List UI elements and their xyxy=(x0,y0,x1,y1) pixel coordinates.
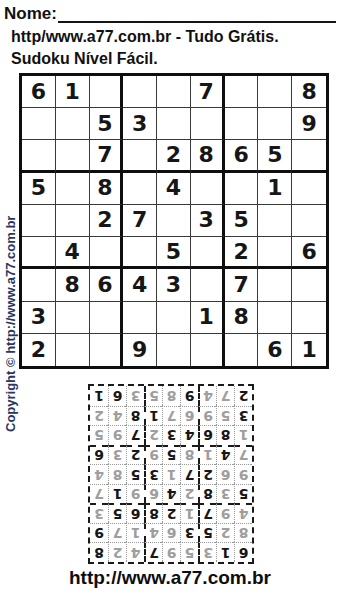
puzzle-cell-r5c5[interactable] xyxy=(157,205,191,237)
puzzle-cell-r3c2[interactable] xyxy=(56,140,90,172)
solution-cell-r6c3: 1 xyxy=(198,445,216,465)
puzzle-cell-r4c3[interactable]: 8 xyxy=(90,173,124,205)
puzzle-cell-r8c5[interactable] xyxy=(157,302,191,334)
footer-url: http://www.a77.com.br xyxy=(0,567,340,589)
puzzle-cell-r3c7[interactable]: 6 xyxy=(225,140,259,172)
solution-cell-r8c9: 2 xyxy=(90,406,108,426)
solution-cell-r4c5: 4 xyxy=(162,484,180,504)
solution-cell-r5c1: 9 xyxy=(234,464,252,484)
solution-cell-r9c3: 4 xyxy=(198,386,216,406)
name-label: Nome: xyxy=(4,4,57,24)
puzzle-cell-r6c5[interactable]: 5 xyxy=(157,237,191,269)
solution-cell-r7c6: 2 xyxy=(144,425,162,445)
solution-cell-r6c4: 8 xyxy=(180,445,198,465)
solution-cell-r5c6: 3 xyxy=(144,464,162,484)
puzzle-cell-r1c1[interactable]: 6 xyxy=(22,76,56,108)
puzzle-cell-r7c2[interactable]: 8 xyxy=(56,269,90,301)
puzzle-cell-r3c1[interactable] xyxy=(22,140,56,172)
solution-cell-r2c1: 8 xyxy=(234,523,252,543)
puzzle-cell-r4c5[interactable]: 4 xyxy=(157,173,191,205)
puzzle-cell-r4c6[interactable] xyxy=(191,173,225,205)
puzzle-cell-r7c1[interactable] xyxy=(22,269,56,301)
solution-cell-r1c6: 7 xyxy=(144,542,162,562)
puzzle-cell-r6c2[interactable]: 4 xyxy=(56,237,90,269)
puzzle-cell-r2c3[interactable]: 5 xyxy=(90,108,124,140)
puzzle-cell-r2c9[interactable]: 9 xyxy=(292,108,326,140)
solution-cell-r8c3: 9 xyxy=(198,406,216,426)
solution-cell-r5c5: 1 xyxy=(162,464,180,484)
solution-cell-r7c3: 6 xyxy=(198,425,216,445)
solution-cell-r2c5: 6 xyxy=(162,523,180,543)
puzzle-cell-r7c7[interactable]: 7 xyxy=(225,269,259,301)
solution-cell-r3c1: 4 xyxy=(234,503,252,523)
solution-cell-r7c8: 9 xyxy=(108,425,126,445)
puzzle-cell-r7c4[interactable]: 4 xyxy=(123,269,157,301)
solution-cell-r4c9: 7 xyxy=(90,484,108,504)
solution-cell-r4c7: 9 xyxy=(126,484,144,504)
solution-cell-r3c8: 5 xyxy=(108,503,126,523)
solution-cell-r3c5: 2 xyxy=(162,503,180,523)
puzzle-cell-r3c8[interactable]: 5 xyxy=(258,140,292,172)
solution-cell-r2c2: 2 xyxy=(216,523,234,543)
solution-cell-r9c4: 9 xyxy=(180,386,198,406)
solution-cell-r1c2: 1 xyxy=(216,542,234,562)
difficulty-title: Sudoku Nível Fácil. xyxy=(11,50,158,68)
puzzle-cell-r5c1[interactable] xyxy=(22,205,56,237)
puzzle-cell-r5c6[interactable]: 3 xyxy=(191,205,225,237)
solution-cell-r9c5: 8 xyxy=(162,386,180,406)
puzzle-cell-r8c1[interactable]: 3 xyxy=(22,302,56,334)
puzzle-cell-r9c5[interactable] xyxy=(157,334,191,366)
solution-cell-r7c4: 4 xyxy=(180,425,198,445)
solution-cell-r1c3: 3 xyxy=(198,542,216,562)
solution-cell-r7c7: 7 xyxy=(126,425,144,445)
solution-cell-r9c8: 6 xyxy=(108,386,126,406)
solution-cell-r9c1: 2 xyxy=(234,386,252,406)
puzzle-cell-r6c7[interactable]: 2 xyxy=(225,237,259,269)
puzzle-cell-r8c7[interactable]: 8 xyxy=(225,302,259,334)
puzzle-cell-r9c1[interactable]: 2 xyxy=(22,334,56,366)
solution-cell-r7c1: 1 xyxy=(234,425,252,445)
solution-cell-r2c7: 1 xyxy=(126,523,144,543)
solution-cell-r2c4: 3 xyxy=(180,523,198,543)
solution-cell-r8c6: 1 xyxy=(144,406,162,426)
solution-cell-r5c3: 2 xyxy=(198,464,216,484)
puzzle-cell-r2c6[interactable] xyxy=(191,108,225,140)
puzzle-cell-r1c5[interactable] xyxy=(157,76,191,108)
solution-cell-r8c8: 4 xyxy=(108,406,126,426)
solution-cell-r8c7: 8 xyxy=(126,406,144,426)
solution-cell-r2c6: 4 xyxy=(144,523,162,543)
puzzle-cell-r8c3[interactable] xyxy=(90,302,124,334)
solution-cell-r2c3: 5 xyxy=(198,523,216,543)
solution-cell-r1c1: 6 xyxy=(234,542,252,562)
puzzle-cell-r4c8[interactable]: 1 xyxy=(258,173,292,205)
solution-cell-r1c4: 5 xyxy=(180,542,198,562)
solution-cell-r5c9: 4 xyxy=(90,464,108,484)
puzzle-cell-r7c6[interactable] xyxy=(191,269,225,301)
puzzle-cell-r8c4[interactable] xyxy=(123,302,157,334)
solution-cell-r3c2: 9 xyxy=(216,503,234,523)
puzzle-cell-r5c8[interactable] xyxy=(258,205,292,237)
solution-cell-r1c5: 9 xyxy=(162,542,180,562)
puzzle-cell-r8c9[interactable] xyxy=(292,302,326,334)
puzzle-cell-r2c7[interactable] xyxy=(225,108,259,140)
solution-cell-r5c8: 8 xyxy=(108,464,126,484)
solution-cell-r6c2: 4 xyxy=(216,445,234,465)
puzzle-cell-r8c2[interactable] xyxy=(56,302,90,334)
solution-cell-r6c1: 7 xyxy=(234,445,252,465)
puzzle-cell-r6c9[interactable]: 6 xyxy=(292,237,326,269)
puzzle-cell-r6c8[interactable] xyxy=(258,237,292,269)
puzzle-cell-r2c5[interactable] xyxy=(157,108,191,140)
solution-cell-r6c6: 9 xyxy=(144,445,162,465)
solution-cell-r5c2: 6 xyxy=(216,464,234,484)
solution-cell-r1c7: 4 xyxy=(126,542,144,562)
sudoku-worksheet-page: Nome: http/www.a77.com.br - Tudo Grátis.… xyxy=(0,0,340,596)
puzzle-cell-r1c9[interactable]: 8 xyxy=(292,76,326,108)
solution-cell-r7c5: 3 xyxy=(162,425,180,445)
puzzle-cell-r1c2[interactable]: 1 xyxy=(56,76,90,108)
puzzle-cell-r9c2[interactable] xyxy=(56,334,90,366)
sudoku-solution-grid-rotated: 6135974288253641794971286535382469179627… xyxy=(88,384,254,564)
puzzle-cell-r5c2[interactable] xyxy=(56,205,90,237)
puzzle-cell-r6c6[interactable] xyxy=(191,237,225,269)
puzzle-cell-r6c4[interactable] xyxy=(123,237,157,269)
puzzle-cell-r3c4[interactable] xyxy=(123,140,157,172)
solution-cell-r2c9: 9 xyxy=(90,523,108,543)
puzzle-cell-r7c9[interactable] xyxy=(292,269,326,301)
puzzle-cell-r7c3[interactable]: 6 xyxy=(90,269,124,301)
solution-cell-r9c2: 7 xyxy=(216,386,234,406)
solution-cell-r6c8: 3 xyxy=(108,445,126,465)
solution-cell-r3c6: 8 xyxy=(144,503,162,523)
solution-cell-r4c4: 2 xyxy=(180,484,198,504)
solution-cell-r1c8: 2 xyxy=(108,542,126,562)
puzzle-cell-r6c3[interactable] xyxy=(90,237,124,269)
solution-cell-r2c8: 7 xyxy=(108,523,126,543)
solution-cell-r6c9: 6 xyxy=(90,445,108,465)
puzzle-cell-r9c8[interactable]: 6 xyxy=(258,334,292,366)
name-blank-line xyxy=(58,4,336,23)
puzzle-cell-r1c7[interactable] xyxy=(225,76,259,108)
solution-cell-r4c1: 5 xyxy=(234,484,252,504)
site-header-text: http/www.a77.com.br - Tudo Grátis. xyxy=(11,28,279,46)
solution-cell-r1c9: 8 xyxy=(90,542,108,562)
puzzle-cell-r7c8[interactable] xyxy=(258,269,292,301)
puzzle-cell-r4c4[interactable] xyxy=(123,173,157,205)
solution-cell-r9c7: 3 xyxy=(126,386,144,406)
solution-cell-r3c7: 6 xyxy=(126,503,144,523)
solution-cell-r7c9: 5 xyxy=(90,425,108,445)
puzzle-cell-r4c9[interactable] xyxy=(292,173,326,205)
solution-cell-r8c1: 3 xyxy=(234,406,252,426)
puzzle-cell-r4c1[interactable]: 5 xyxy=(22,173,56,205)
puzzle-cell-r3c6[interactable]: 8 xyxy=(191,140,225,172)
solution-cell-r3c3: 7 xyxy=(198,503,216,523)
puzzle-cell-r2c2[interactable] xyxy=(56,108,90,140)
solution-cell-r4c3: 8 xyxy=(198,484,216,504)
puzzle-cell-r1c6[interactable]: 7 xyxy=(191,76,225,108)
copyright-vertical-text: Copyright © http://www.a77.com.br xyxy=(3,84,19,432)
puzzle-cell-r7c5[interactable]: 3 xyxy=(157,269,191,301)
solution-cell-r8c2: 5 xyxy=(216,406,234,426)
puzzle-cell-r8c6[interactable]: 1 xyxy=(191,302,225,334)
puzzle-cell-r2c8[interactable] xyxy=(258,108,292,140)
puzzle-cell-r8c8[interactable] xyxy=(258,302,292,334)
solution-cell-r8c5: 7 xyxy=(162,406,180,426)
puzzle-cell-r5c7[interactable]: 5 xyxy=(225,205,259,237)
puzzle-cell-r6c1[interactable] xyxy=(22,237,56,269)
puzzle-cell-r5c3[interactable]: 2 xyxy=(90,205,124,237)
solution-cell-r7c2: 8 xyxy=(216,425,234,445)
puzzle-cell-r3c5[interactable]: 2 xyxy=(157,140,191,172)
solution-cell-r6c5: 5 xyxy=(162,445,180,465)
puzzle-cell-r2c1[interactable] xyxy=(22,108,56,140)
puzzle-cell-r1c4[interactable] xyxy=(123,76,157,108)
solution-cell-r9c6: 5 xyxy=(144,386,162,406)
solution-cell-r3c4: 1 xyxy=(180,503,198,523)
solution-cell-r5c4: 7 xyxy=(180,464,198,484)
puzzle-cell-r1c8[interactable] xyxy=(258,76,292,108)
solution-cell-r4c2: 3 xyxy=(216,484,234,504)
solution-cell-r6c7: 2 xyxy=(126,445,144,465)
puzzle-cell-r4c2[interactable] xyxy=(56,173,90,205)
solution-cell-r8c4: 6 xyxy=(180,406,198,426)
solution-cell-r4c6: 6 xyxy=(144,484,162,504)
solution-cell-r5c7: 5 xyxy=(126,464,144,484)
solution-cell-r3c9: 3 xyxy=(90,503,108,523)
puzzle-cell-r9c9[interactable]: 1 xyxy=(292,334,326,366)
sudoku-puzzle-grid: 617853972865584127354526864373182961 xyxy=(19,73,329,369)
solution-cell-r4c8: 1 xyxy=(108,484,126,504)
puzzle-cell-r9c3[interactable] xyxy=(90,334,124,366)
puzzle-cell-r9c6[interactable] xyxy=(191,334,225,366)
puzzle-cell-r9c4[interactable]: 9 xyxy=(123,334,157,366)
puzzle-cell-r1c3[interactable] xyxy=(90,76,124,108)
solution-cell-r9c9: 1 xyxy=(90,386,108,406)
puzzle-cell-r4c7[interactable] xyxy=(225,173,259,205)
puzzle-cell-r2c4[interactable]: 3 xyxy=(123,108,157,140)
puzzle-cell-r9c7[interactable] xyxy=(225,334,259,366)
puzzle-cell-r5c4[interactable]: 7 xyxy=(123,205,157,237)
puzzle-cell-r3c3[interactable]: 7 xyxy=(90,140,124,172)
puzzle-cell-r3c9[interactable] xyxy=(292,140,326,172)
puzzle-cell-r5c9[interactable] xyxy=(292,205,326,237)
